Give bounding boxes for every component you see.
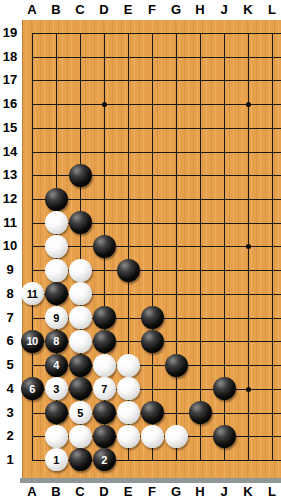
col-label-H: H [188,484,212,499]
col-label-F: F [140,484,164,499]
grid-hline-18 [32,57,281,58]
col-label-E: E [116,484,140,499]
row-label-15: 15 [0,120,20,136]
row-label-4: 4 [0,381,20,397]
star-point-K4 [246,387,251,392]
col-label-J: J [212,484,236,499]
row-label-3: 3 [0,405,20,421]
row-label-9: 9 [0,262,20,278]
row-label-5: 5 [0,357,20,373]
stone-black-B5[interactable]: 4 [45,354,68,377]
col-label-D: D [92,484,116,499]
move-number-label-D1: 2 [101,454,107,466]
stone-white-B11[interactable] [45,211,68,234]
stone-white-B4[interactable]: 3 [45,377,68,400]
go-app-window: ABCDEFGHJKL 1918171615141312111098765432… [0,0,281,500]
row-label-6: 6 [0,333,20,349]
col-label-K: K [236,484,260,499]
col-label-A: A [20,484,44,499]
move-number-label-A4: 6 [29,383,35,395]
col-label-G: G [164,484,188,499]
stone-white-A8[interactable]: 11 [21,282,44,305]
row-label-8: 8 [0,286,20,302]
stone-black-C4[interactable] [69,377,92,400]
row-label-1: 1 [0,452,20,468]
stone-black-B8[interactable] [45,282,68,305]
move-number-label-C3: 5 [77,407,83,419]
grid-hline-12 [32,199,281,200]
row-label-18: 18 [0,49,20,65]
col-label-H: H [188,2,212,17]
move-number-label-B7: 9 [53,312,59,324]
row-label-12: 12 [0,191,20,207]
row-label-13: 13 [0,167,20,183]
stone-white-B9[interactable] [45,259,68,282]
stone-black-J2[interactable] [213,425,236,448]
stone-black-A4[interactable]: 6 [21,377,44,400]
stone-white-B10[interactable] [45,235,68,258]
stone-white-B7[interactable]: 9 [45,306,68,329]
col-label-K: K [236,2,260,17]
stone-white-E2[interactable] [117,425,140,448]
grid-hline-10 [32,246,281,247]
stone-white-E3[interactable] [117,401,140,424]
col-label-F: F [140,2,164,17]
stone-black-D10[interactable] [93,235,116,258]
stone-black-C13[interactable] [69,164,92,187]
stone-black-D3[interactable] [93,401,116,424]
grid-hline-16 [32,104,281,105]
col-label-D: D [92,2,116,17]
stone-white-B1[interactable]: 1 [45,448,68,471]
stone-white-F2[interactable] [141,425,164,448]
stone-black-E9[interactable] [117,259,140,282]
row-label-19: 19 [0,25,20,41]
col-label-B: B [44,484,68,499]
stone-white-D4[interactable]: 7 [93,377,116,400]
grid-hline-15 [32,128,281,129]
row-label-2: 2 [0,428,20,444]
col-label-B: B [44,2,68,17]
stone-white-C8[interactable] [69,282,92,305]
stone-black-B3[interactable] [45,401,68,424]
col-label-L: L [260,2,281,17]
move-number-label-B4: 3 [53,383,59,395]
grid-hline-17 [32,80,281,81]
stone-black-D2[interactable] [93,425,116,448]
move-number-label-A6: 10 [26,335,37,347]
stone-white-C6[interactable] [69,330,92,353]
grid-hline-19 [32,33,281,34]
row-label-7: 7 [0,310,20,326]
row-label-11: 11 [0,215,20,231]
stone-black-F3[interactable] [141,401,164,424]
grid-hline-14 [32,152,281,153]
stone-white-G2[interactable] [165,425,188,448]
row-label-17: 17 [0,72,20,88]
col-label-L: L [260,484,281,499]
col-label-J: J [212,2,236,17]
stone-black-D1[interactable]: 2 [93,448,116,471]
move-number-label-D4: 7 [101,383,107,395]
stone-white-C9[interactable] [69,259,92,282]
col-label-C: C [68,2,92,17]
stone-black-D7[interactable] [93,306,116,329]
stone-black-C11[interactable] [69,211,92,234]
stone-white-D5[interactable] [93,354,116,377]
stone-black-B12[interactable] [45,188,68,211]
stone-black-B6[interactable]: 8 [45,330,68,353]
col-label-G: G [164,2,188,17]
stone-white-C3[interactable]: 5 [69,401,92,424]
stone-black-J4[interactable] [213,377,236,400]
move-number-label-B5: 4 [53,359,59,371]
stone-black-A6[interactable]: 10 [21,330,44,353]
stone-white-C2[interactable] [69,425,92,448]
move-number-label-A8: 11 [27,288,38,300]
move-number-label-B1: 1 [53,454,59,466]
col-label-C: C [68,484,92,499]
stone-black-C5[interactable] [69,354,92,377]
move-number-label-B6: 8 [53,335,59,347]
stone-black-H3[interactable] [189,401,212,424]
stone-white-C7[interactable] [69,306,92,329]
stone-black-F7[interactable] [141,306,164,329]
stone-white-E4[interactable] [117,377,140,400]
stone-black-D6[interactable] [93,330,116,353]
col-label-E: E [116,2,140,17]
board-edge-shadow [20,478,281,483]
stone-white-B2[interactable] [45,425,68,448]
row-label-10: 10 [0,238,20,254]
row-label-16: 16 [0,96,20,112]
stone-white-E5[interactable] [117,354,140,377]
stone-black-G5[interactable] [165,354,188,377]
col-label-A: A [20,2,44,17]
row-label-14: 14 [0,144,20,160]
stone-black-F6[interactable] [141,330,164,353]
stone-black-C1[interactable] [69,448,92,471]
